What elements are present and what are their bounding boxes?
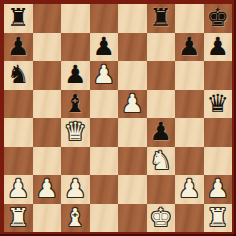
square-c5[interactable]: ♝ xyxy=(61,90,90,119)
square-c7[interactable] xyxy=(61,33,90,62)
white-bishop[interactable]: ♝ xyxy=(64,204,86,232)
square-g2[interactable]: ♟ xyxy=(175,175,204,204)
white-pawn[interactable]: ♟ xyxy=(93,61,115,89)
square-d2[interactable] xyxy=(90,175,119,204)
square-d8[interactable] xyxy=(90,4,119,33)
square-a6[interactable]: ♞ xyxy=(4,61,33,90)
square-e7[interactable] xyxy=(118,33,147,62)
square-a7[interactable]: ♟ xyxy=(4,33,33,62)
square-f4[interactable]: ♟ xyxy=(147,118,176,147)
square-e4[interactable] xyxy=(118,118,147,147)
square-d7[interactable]: ♟ xyxy=(90,33,119,62)
black-rook[interactable]: ♜ xyxy=(7,4,29,32)
white-pawn[interactable]: ♟ xyxy=(121,90,143,118)
white-rook[interactable]: ♜ xyxy=(207,204,229,232)
square-c2[interactable]: ♟ xyxy=(61,175,90,204)
square-b3[interactable] xyxy=(33,147,62,176)
square-a3[interactable] xyxy=(4,147,33,176)
square-g8[interactable] xyxy=(175,4,204,33)
square-a2[interactable]: ♟ xyxy=(4,175,33,204)
square-f8[interactable]: ♜ xyxy=(147,4,176,33)
square-d3[interactable] xyxy=(90,147,119,176)
white-pawn[interactable]: ♟ xyxy=(64,175,86,203)
square-a4[interactable] xyxy=(4,118,33,147)
square-c6[interactable]: ♟ xyxy=(61,61,90,90)
black-rook[interactable]: ♜ xyxy=(150,4,172,32)
square-e5[interactable]: ♟ xyxy=(118,90,147,119)
square-c8[interactable] xyxy=(61,4,90,33)
square-a8[interactable]: ♜ xyxy=(4,4,33,33)
square-g1[interactable] xyxy=(175,204,204,233)
black-knight[interactable]: ♞ xyxy=(7,61,29,89)
square-b4[interactable] xyxy=(33,118,62,147)
white-pawn[interactable]: ♟ xyxy=(207,175,229,203)
black-queen[interactable]: ♛ xyxy=(207,90,229,118)
black-pawn[interactable]: ♟ xyxy=(207,33,229,61)
square-e6[interactable] xyxy=(118,61,147,90)
white-knight[interactable]: ♞ xyxy=(150,147,172,175)
black-king[interactable]: ♚ xyxy=(207,4,229,32)
square-e1[interactable] xyxy=(118,204,147,233)
square-h7[interactable]: ♟ xyxy=(204,33,233,62)
square-f3[interactable]: ♞ xyxy=(147,147,176,176)
square-c1[interactable]: ♝ xyxy=(61,204,90,233)
square-g5[interactable] xyxy=(175,90,204,119)
square-f2[interactable] xyxy=(147,175,176,204)
square-b2[interactable]: ♟ xyxy=(33,175,62,204)
square-a1[interactable]: ♜ xyxy=(4,204,33,233)
square-h2[interactable]: ♟ xyxy=(204,175,233,204)
white-pawn[interactable]: ♟ xyxy=(7,175,29,203)
square-b5[interactable] xyxy=(33,90,62,119)
square-h1[interactable]: ♜ xyxy=(204,204,233,233)
square-h8[interactable]: ♚ xyxy=(204,4,233,33)
white-queen[interactable]: ♛ xyxy=(64,118,86,146)
square-f5[interactable] xyxy=(147,90,176,119)
square-e2[interactable] xyxy=(118,175,147,204)
white-rook[interactable]: ♜ xyxy=(7,204,29,232)
square-b6[interactable] xyxy=(33,61,62,90)
square-f1[interactable]: ♚ xyxy=(147,204,176,233)
square-c4[interactable]: ♛ xyxy=(61,118,90,147)
black-pawn[interactable]: ♟ xyxy=(7,33,29,61)
square-e3[interactable] xyxy=(118,147,147,176)
square-a5[interactable] xyxy=(4,90,33,119)
square-d4[interactable] xyxy=(90,118,119,147)
square-g6[interactable] xyxy=(175,61,204,90)
square-g3[interactable] xyxy=(175,147,204,176)
square-f6[interactable] xyxy=(147,61,176,90)
white-pawn[interactable]: ♟ xyxy=(178,175,200,203)
white-pawn[interactable]: ♟ xyxy=(36,175,58,203)
square-d1[interactable] xyxy=(90,204,119,233)
square-e8[interactable] xyxy=(118,4,147,33)
chess-board: ♜♜♚♟♟♟♟♞♟♟♝♟♛♛♟♞♟♟♟♟♟♜♝♚♜ xyxy=(4,4,232,232)
square-c3[interactable] xyxy=(61,147,90,176)
square-h5[interactable]: ♛ xyxy=(204,90,233,119)
square-h4[interactable] xyxy=(204,118,233,147)
chess-board-frame: ♜♜♚♟♟♟♟♞♟♟♝♟♛♛♟♞♟♟♟♟♟♜♝♚♜ xyxy=(0,0,236,236)
black-pawn[interactable]: ♟ xyxy=(64,61,86,89)
black-pawn[interactable]: ♟ xyxy=(178,33,200,61)
square-g4[interactable] xyxy=(175,118,204,147)
square-b1[interactable] xyxy=(33,204,62,233)
black-pawn[interactable]: ♟ xyxy=(150,118,172,146)
black-pawn[interactable]: ♟ xyxy=(93,33,115,61)
black-bishop[interactable]: ♝ xyxy=(64,90,86,118)
white-king[interactable]: ♚ xyxy=(150,204,172,232)
square-g7[interactable]: ♟ xyxy=(175,33,204,62)
square-b8[interactable] xyxy=(33,4,62,33)
square-d6[interactable]: ♟ xyxy=(90,61,119,90)
square-h3[interactable] xyxy=(204,147,233,176)
square-h6[interactable] xyxy=(204,61,233,90)
square-d5[interactable] xyxy=(90,90,119,119)
square-b7[interactable] xyxy=(33,33,62,62)
square-f7[interactable] xyxy=(147,33,176,62)
